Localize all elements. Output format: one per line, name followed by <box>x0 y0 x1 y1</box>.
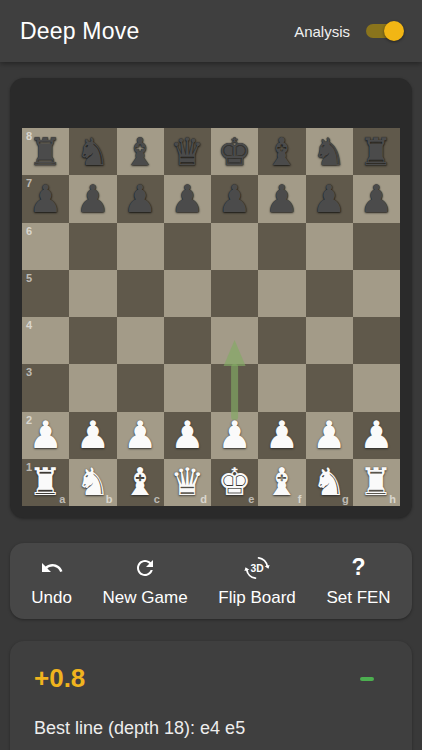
square-e6[interactable] <box>211 223 258 270</box>
refresh-icon <box>133 555 157 581</box>
square-h1[interactable]: h♜ <box>353 459 400 506</box>
square-e3[interactable] <box>211 364 258 411</box>
square-a6[interactable]: 6 <box>22 223 69 270</box>
square-h4[interactable] <box>353 317 400 364</box>
question-mark-icon: ? <box>351 555 365 581</box>
piece-white-pawn-h2[interactable]: ♟ <box>353 412 400 459</box>
square-f6[interactable] <box>258 223 305 270</box>
piece-black-knight-g8[interactable]: ♞ <box>306 128 353 175</box>
piece-white-pawn-g2[interactable]: ♟ <box>306 412 353 459</box>
square-e2[interactable]: ♟ <box>211 412 258 459</box>
square-d2[interactable]: ♟ <box>164 412 211 459</box>
square-b6[interactable] <box>69 223 116 270</box>
square-d5[interactable] <box>164 270 211 317</box>
square-c4[interactable] <box>117 317 164 364</box>
undo-label: Undo <box>31 588 72 608</box>
square-c3[interactable] <box>117 364 164 411</box>
rank-label-4: 4 <box>26 319 32 331</box>
square-a2[interactable]: 2♟ <box>22 412 69 459</box>
square-g7[interactable]: ♟ <box>306 175 353 222</box>
square-b4[interactable] <box>69 317 116 364</box>
piece-white-rook-h1[interactable]: ♜ <box>353 459 400 506</box>
square-d1[interactable]: d♛ <box>164 459 211 506</box>
piece-white-king-e1[interactable]: ♚ <box>211 459 258 506</box>
square-c8[interactable]: ♝ <box>117 128 164 175</box>
piece-black-pawn-a7[interactable]: ♟ <box>22 175 69 222</box>
piece-white-pawn-d2[interactable]: ♟ <box>164 412 211 459</box>
piece-black-pawn-h7[interactable]: ♟ <box>353 175 400 222</box>
app-title: Deep Move <box>20 18 139 45</box>
square-a5[interactable]: 5 <box>22 270 69 317</box>
square-b5[interactable] <box>69 270 116 317</box>
square-f1[interactable]: f♝ <box>258 459 305 506</box>
chess-board: 8♜♞♝♛♚♝♞♜7♟♟♟♟♟♟♟♟65432♟♟♟♟♟♟♟♟1a♜b♞c♝d♛… <box>22 128 400 506</box>
square-g6[interactable] <box>306 223 353 270</box>
square-c7[interactable]: ♟ <box>117 175 164 222</box>
flip-board-button[interactable]: 3D Flip Board <box>210 551 303 612</box>
square-b3[interactable] <box>69 364 116 411</box>
square-a1[interactable]: 1a♜ <box>22 459 69 506</box>
toggle-knob <box>384 21 404 41</box>
piece-white-pawn-f2[interactable]: ♟ <box>258 412 305 459</box>
square-g1[interactable]: g♞ <box>306 459 353 506</box>
piece-black-pawn-d7[interactable]: ♟ <box>164 175 211 222</box>
analysis-panel: +0.8 Best line (depth 18): e4 e5 <box>10 641 412 750</box>
square-c5[interactable] <box>117 270 164 317</box>
app-bar: Deep Move Analysis <box>0 0 422 62</box>
square-h2[interactable]: ♟ <box>353 412 400 459</box>
square-a3[interactable]: 3 <box>22 364 69 411</box>
square-h8[interactable]: ♜ <box>353 128 400 175</box>
new-game-button[interactable]: New Game <box>95 551 196 612</box>
square-f4[interactable] <box>258 317 305 364</box>
rank-label-6: 6 <box>26 225 32 237</box>
piece-white-bishop-f1[interactable]: ♝ <box>258 459 305 506</box>
piece-white-queen-d1[interactable]: ♛ <box>164 459 211 506</box>
board-card: 8♜♞♝♛♚♝♞♜7♟♟♟♟♟♟♟♟65432♟♟♟♟♟♟♟♟1a♜b♞c♝d♛… <box>10 78 412 518</box>
square-e4[interactable] <box>211 317 258 364</box>
3d-rotation-icon: 3D <box>244 555 270 581</box>
board-grid: 8♜♞♝♛♚♝♞♜7♟♟♟♟♟♟♟♟65432♟♟♟♟♟♟♟♟1a♜b♞c♝d♛… <box>22 128 400 506</box>
square-c2[interactable]: ♟ <box>117 412 164 459</box>
piece-white-knight-g1[interactable]: ♞ <box>306 459 353 506</box>
piece-black-king-e8[interactable]: ♚ <box>211 128 258 175</box>
square-d7[interactable]: ♟ <box>164 175 211 222</box>
square-h5[interactable] <box>353 270 400 317</box>
undo-icon <box>40 555 64 581</box>
undo-button[interactable]: Undo <box>23 551 80 612</box>
rank-label-5: 5 <box>26 272 32 284</box>
set-fen-button[interactable]: ? Set FEN <box>318 551 398 612</box>
square-d6[interactable] <box>164 223 211 270</box>
piece-black-pawn-e7[interactable]: ♟ <box>211 175 258 222</box>
engine-status-indicator <box>360 677 374 681</box>
square-h6[interactable] <box>353 223 400 270</box>
square-g2[interactable]: ♟ <box>306 412 353 459</box>
piece-black-bishop-f8[interactable]: ♝ <box>258 128 305 175</box>
set-fen-label: Set FEN <box>326 588 390 608</box>
square-g3[interactable] <box>306 364 353 411</box>
square-f2[interactable]: ♟ <box>258 412 305 459</box>
square-d8[interactable]: ♛ <box>164 128 211 175</box>
square-c1[interactable]: c♝ <box>117 459 164 506</box>
piece-black-pawn-b7[interactable]: ♟ <box>69 175 116 222</box>
piece-black-bishop-c8[interactable]: ♝ <box>117 128 164 175</box>
piece-black-rook-a8[interactable]: ♜ <box>22 128 69 175</box>
square-b2[interactable]: ♟ <box>69 412 116 459</box>
analysis-toggle-label: Analysis <box>294 23 350 40</box>
piece-white-knight-b1[interactable]: ♞ <box>69 459 116 506</box>
square-e5[interactable] <box>211 270 258 317</box>
square-d4[interactable] <box>164 317 211 364</box>
piece-black-knight-b8[interactable]: ♞ <box>69 128 116 175</box>
piece-white-pawn-e2[interactable]: ♟ <box>211 412 258 459</box>
square-f8[interactable]: ♝ <box>258 128 305 175</box>
piece-white-pawn-c2[interactable]: ♟ <box>117 412 164 459</box>
square-g4[interactable] <box>306 317 353 364</box>
square-e7[interactable]: ♟ <box>211 175 258 222</box>
square-f5[interactable] <box>258 270 305 317</box>
square-a8[interactable]: 8♜ <box>22 128 69 175</box>
new-game-label: New Game <box>103 588 188 608</box>
square-f3[interactable] <box>258 364 305 411</box>
flip-board-label: Flip Board <box>218 588 295 608</box>
piece-white-pawn-b2[interactable]: ♟ <box>69 412 116 459</box>
best-line-text: Best line (depth 18): e4 e5 <box>34 718 388 739</box>
square-c6[interactable] <box>117 223 164 270</box>
piece-black-pawn-g7[interactable]: ♟ <box>306 175 353 222</box>
evaluation-score: +0.8 <box>34 663 85 694</box>
square-g5[interactable] <box>306 270 353 317</box>
square-f7[interactable]: ♟ <box>258 175 305 222</box>
square-h3[interactable] <box>353 364 400 411</box>
square-h7[interactable]: ♟ <box>353 175 400 222</box>
square-a7[interactable]: 7♟ <box>22 175 69 222</box>
svg-text:3D: 3D <box>250 562 263 573</box>
square-a4[interactable]: 4 <box>22 317 69 364</box>
square-e1[interactable]: e♚ <box>211 459 258 506</box>
square-b7[interactable]: ♟ <box>69 175 116 222</box>
square-d3[interactable] <box>164 364 211 411</box>
piece-black-queen-d8[interactable]: ♛ <box>164 128 211 175</box>
square-e8[interactable]: ♚ <box>211 128 258 175</box>
piece-white-rook-a1[interactable]: ♜ <box>22 459 69 506</box>
piece-black-rook-h8[interactable]: ♜ <box>353 128 400 175</box>
square-g8[interactable]: ♞ <box>306 128 353 175</box>
piece-white-bishop-c1[interactable]: ♝ <box>117 459 164 506</box>
piece-black-pawn-c7[interactable]: ♟ <box>117 175 164 222</box>
square-b8[interactable]: ♞ <box>69 128 116 175</box>
piece-black-pawn-f7[interactable]: ♟ <box>258 175 305 222</box>
rank-label-3: 3 <box>26 366 32 378</box>
toolbar: Undo New Game 3D Flip Board ? Set FEN <box>10 543 412 619</box>
analysis-toggle-switch[interactable] <box>364 19 404 43</box>
piece-white-pawn-a2[interactable]: ♟ <box>22 412 69 459</box>
square-b1[interactable]: b♞ <box>69 459 116 506</box>
